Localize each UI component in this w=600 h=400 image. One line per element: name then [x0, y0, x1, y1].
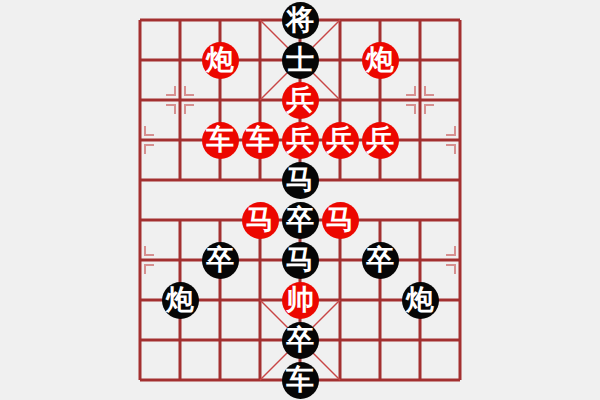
piece-red-cannon[interactable]: 炮: [362, 42, 399, 79]
piece-red-chariot[interactable]: 车: [202, 122, 239, 159]
piece-black-horse[interactable]: 马: [282, 242, 319, 279]
piece-black-horse[interactable]: 马: [282, 162, 319, 199]
xiangqi-board: 将炮士炮兵车车兵兵兵马马卒马卒马卒炮帅炮卒车: [0, 0, 600, 400]
piece-black-chariot[interactable]: 车: [282, 362, 319, 399]
piece-black-general[interactable]: 将: [282, 2, 319, 39]
piece-black-cannon[interactable]: 炮: [402, 282, 439, 319]
piece-black-advisor[interactable]: 士: [282, 42, 319, 79]
piece-red-soldier[interactable]: 兵: [282, 82, 319, 119]
piece-red-horse[interactable]: 马: [242, 202, 279, 239]
piece-red-soldier[interactable]: 兵: [282, 122, 319, 159]
piece-red-cannon[interactable]: 炮: [202, 42, 239, 79]
piece-red-soldier[interactable]: 兵: [362, 122, 399, 159]
piece-red-chariot[interactable]: 车: [242, 122, 279, 159]
piece-black-soldier[interactable]: 卒: [282, 202, 319, 239]
piece-red-horse[interactable]: 马: [322, 202, 359, 239]
piece-black-soldier[interactable]: 卒: [362, 242, 399, 279]
piece-red-soldier[interactable]: 兵: [322, 122, 359, 159]
piece-black-soldier[interactable]: 卒: [282, 322, 319, 359]
piece-black-soldier[interactable]: 卒: [202, 242, 239, 279]
piece-red-general[interactable]: 帅: [282, 282, 319, 319]
xiangqi-app-screen: 将炮士炮兵车车兵兵兵马马卒马卒马卒炮帅炮卒车: [0, 0, 600, 400]
piece-black-cannon[interactable]: 炮: [162, 282, 199, 319]
